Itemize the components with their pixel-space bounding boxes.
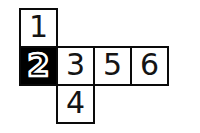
- net-cell-face-6: 6: [130, 46, 169, 86]
- cube-net-board: 1 2 3 5 6 4: [19, 8, 167, 122]
- net-cell-face-4: 4: [56, 84, 95, 124]
- face-number-2: 2: [27, 49, 49, 81]
- face-number-4: 4: [66, 88, 85, 118]
- net-cell-face-2-highlighted: 2: [19, 46, 58, 86]
- face-number-6: 6: [140, 50, 159, 80]
- face-number-5: 5: [103, 50, 122, 80]
- net-cell-face-5: 5: [93, 46, 132, 86]
- face-number-1: 1: [29, 12, 48, 42]
- face-number-3: 3: [66, 50, 85, 80]
- net-cell-face-1: 1: [19, 8, 58, 48]
- net-cell-face-3: 3: [56, 46, 95, 86]
